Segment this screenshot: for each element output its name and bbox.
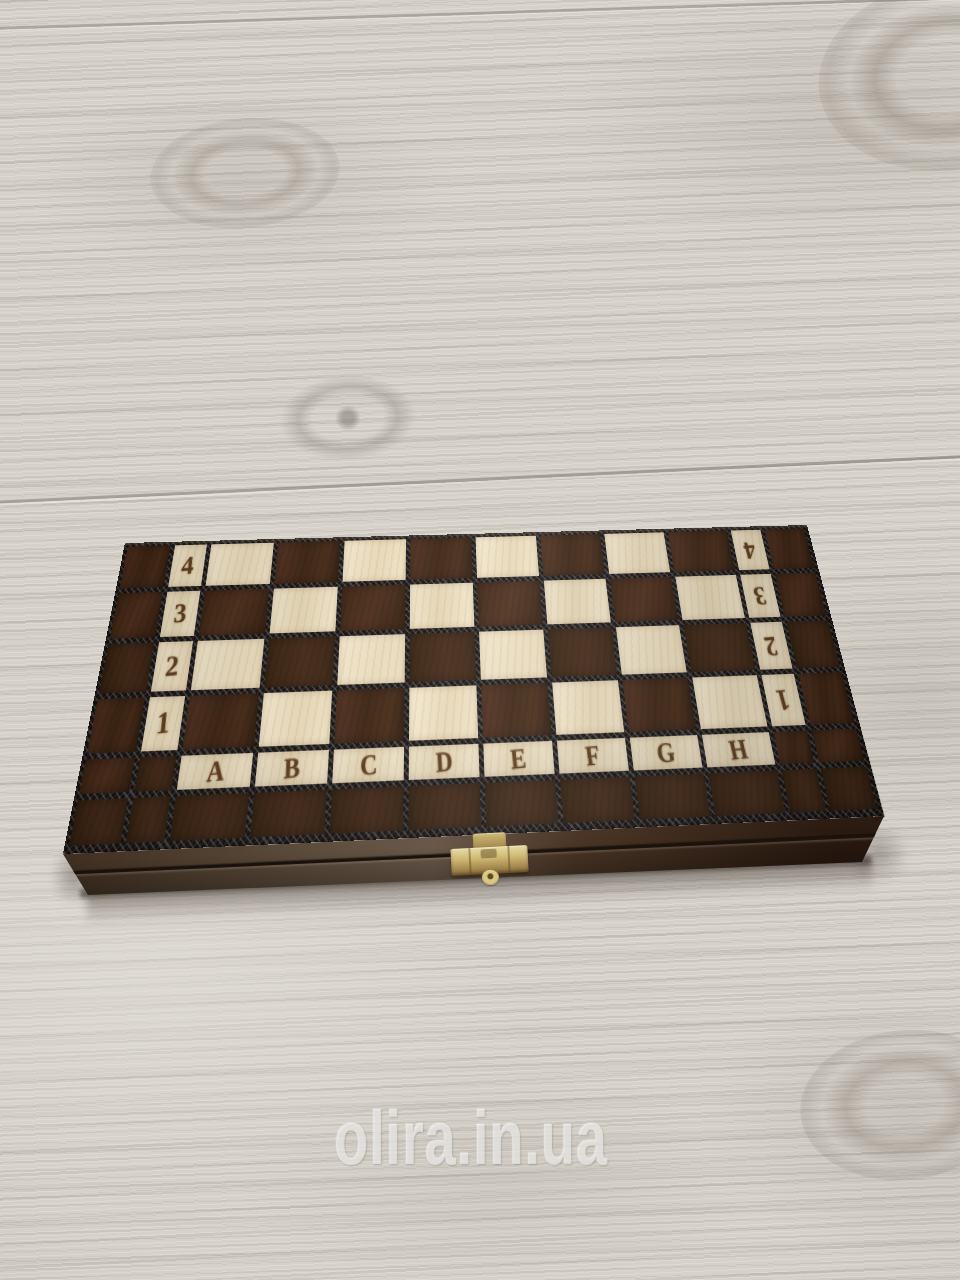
latch-notch — [480, 849, 496, 859]
board-grid: 44332211ABCDEFGH — [63, 525, 884, 854]
square-d3 — [410, 583, 475, 629]
rank-label-right-3: 3 — [740, 574, 780, 618]
chess-box-lid: 44332211ABCDEFGH — [63, 525, 884, 854]
square-a2 — [191, 639, 265, 690]
border-cell-right — [812, 729, 865, 763]
square-e1 — [481, 683, 552, 738]
border-cell-right — [798, 672, 854, 725]
coordinate-label: B — [284, 753, 301, 784]
border-cell-left — [110, 592, 163, 639]
border-cell-right — [786, 620, 840, 668]
square-d1 — [409, 685, 478, 740]
square-a1 — [182, 693, 259, 750]
rank-label-right-1: 1 — [761, 674, 805, 726]
file-label-e: E — [483, 741, 554, 777]
coordinate-label: 3 — [173, 599, 188, 627]
coordinate-label: 4 — [741, 537, 759, 562]
border-cell-right — [775, 573, 827, 617]
coordinate-label: 1 — [155, 707, 171, 740]
square-d2 — [409, 632, 476, 683]
border-cell-bottom — [485, 780, 559, 827]
rank-label-left-3: 3 — [160, 591, 200, 637]
file-label-f: F — [557, 738, 629, 774]
coordinate-label: C — [360, 750, 378, 780]
square-g3 — [610, 577, 678, 622]
square-g2 — [616, 625, 687, 675]
file-label-b: B — [255, 750, 329, 787]
square-f3 — [544, 579, 611, 625]
square-d4 — [410, 537, 473, 579]
square-g1 — [622, 678, 696, 732]
coordinate-label: D — [435, 747, 454, 777]
border-cell-bottom — [408, 783, 481, 830]
border-cell-bottom — [330, 786, 404, 833]
wood-knot — [806, 0, 960, 187]
square-a4 — [206, 543, 274, 586]
border-cell-bottom — [708, 770, 785, 816]
rank-label-left-2: 2 — [151, 641, 193, 692]
square-h3 — [675, 575, 745, 620]
square-a3 — [199, 589, 270, 636]
square-b2 — [264, 636, 335, 687]
square-b3 — [270, 587, 338, 634]
square-g4 — [604, 532, 670, 574]
floor-plank-seam-middle — [0, 455, 960, 504]
border-cell-bottom — [821, 767, 878, 811]
brass-latch — [448, 828, 531, 892]
file-label-g: G — [630, 735, 703, 771]
rank-label-right-2: 2 — [750, 622, 792, 670]
wood-knot — [793, 1019, 960, 1190]
border-cell-left — [134, 756, 176, 792]
border-cell-right — [773, 731, 814, 765]
wood-knot — [265, 363, 432, 474]
square-f1 — [552, 680, 624, 735]
square-e3 — [477, 581, 543, 627]
coordinate-label: 1 — [773, 684, 793, 715]
square-c2 — [337, 634, 405, 685]
border-cell-left — [99, 642, 154, 693]
square-b4 — [274, 541, 340, 584]
coordinate-label: E — [510, 744, 528, 774]
coordinate-label: 2 — [762, 631, 781, 660]
file-label-h: H — [702, 732, 776, 767]
square-e4 — [476, 536, 540, 578]
rank-label-right-4: 4 — [731, 530, 770, 570]
file-label-d: D — [409, 744, 480, 780]
square-h4 — [668, 531, 735, 572]
coordinate-label: G — [654, 738, 677, 768]
square-f2 — [548, 627, 617, 677]
border-cell-bottom — [635, 774, 711, 820]
border-cell-right — [764, 529, 814, 570]
square-f4 — [540, 534, 605, 576]
border-cell-bottom — [126, 796, 171, 843]
latch-knob — [482, 870, 500, 886]
border-cell-bottom — [69, 798, 128, 846]
square-h1 — [692, 675, 767, 729]
coordinate-label: 2 — [164, 651, 180, 681]
square-e2 — [479, 630, 547, 680]
square-c3 — [340, 585, 406, 631]
border-cell-left — [79, 758, 135, 794]
coordinate-label: 4 — [181, 552, 195, 579]
wood-knot — [146, 110, 345, 236]
coordinate-label: F — [584, 741, 602, 771]
border-cell-bottom — [560, 777, 635, 823]
watermark-text: olira.in.ua — [334, 1094, 608, 1181]
square-c4 — [343, 539, 407, 582]
rank-label-left-1: 1 — [141, 696, 185, 751]
coordinate-label: 3 — [751, 582, 769, 609]
rank-label-left-4: 4 — [168, 544, 207, 586]
file-label-a: A — [177, 753, 253, 790]
file-label-c: C — [332, 747, 404, 784]
coordinate-label: A — [205, 756, 225, 787]
coordinate-label: H — [727, 735, 751, 765]
photo-scene: 44332211ABCDEFGH olira.in.ua — [0, 0, 960, 1280]
square-h2 — [683, 623, 755, 672]
border-cell-left — [120, 545, 171, 588]
border-cell-left — [87, 697, 145, 753]
border-cell-bottom — [781, 769, 825, 813]
border-cell-bottom — [170, 793, 250, 841]
square-b1 — [259, 691, 332, 747]
square-c1 — [334, 688, 404, 744]
border-cell-bottom — [250, 790, 327, 838]
floor-plank-seam-top — [0, 0, 960, 30]
